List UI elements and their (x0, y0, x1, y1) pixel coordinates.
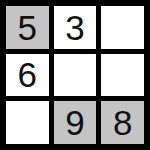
sudoku-cell-r3c2[interactable]: 9 (54, 101, 97, 144)
sudoku-board: 53698 (0, 0, 150, 150)
sudoku-cell-r1c2[interactable]: 3 (54, 6, 97, 49)
sudoku-cell-r2c1[interactable]: 6 (6, 54, 49, 97)
sudoku-cell-r2c2[interactable] (54, 54, 97, 97)
sudoku-cell-r3c1[interactable] (6, 101, 49, 144)
sudoku-cell-r3c3[interactable]: 8 (101, 101, 144, 144)
sudoku-cell-r1c3[interactable] (101, 6, 144, 49)
sudoku-cell-r2c3[interactable] (101, 54, 144, 97)
sudoku-cell-r1c1[interactable]: 5 (6, 6, 49, 49)
